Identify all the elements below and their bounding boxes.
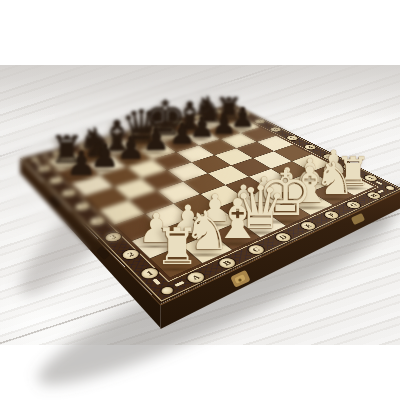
photo-scene: AA11BB22CC33DD44EE55FF66GG77HH88 ♜♞♝♛♚♝♞… — [0, 0, 400, 400]
